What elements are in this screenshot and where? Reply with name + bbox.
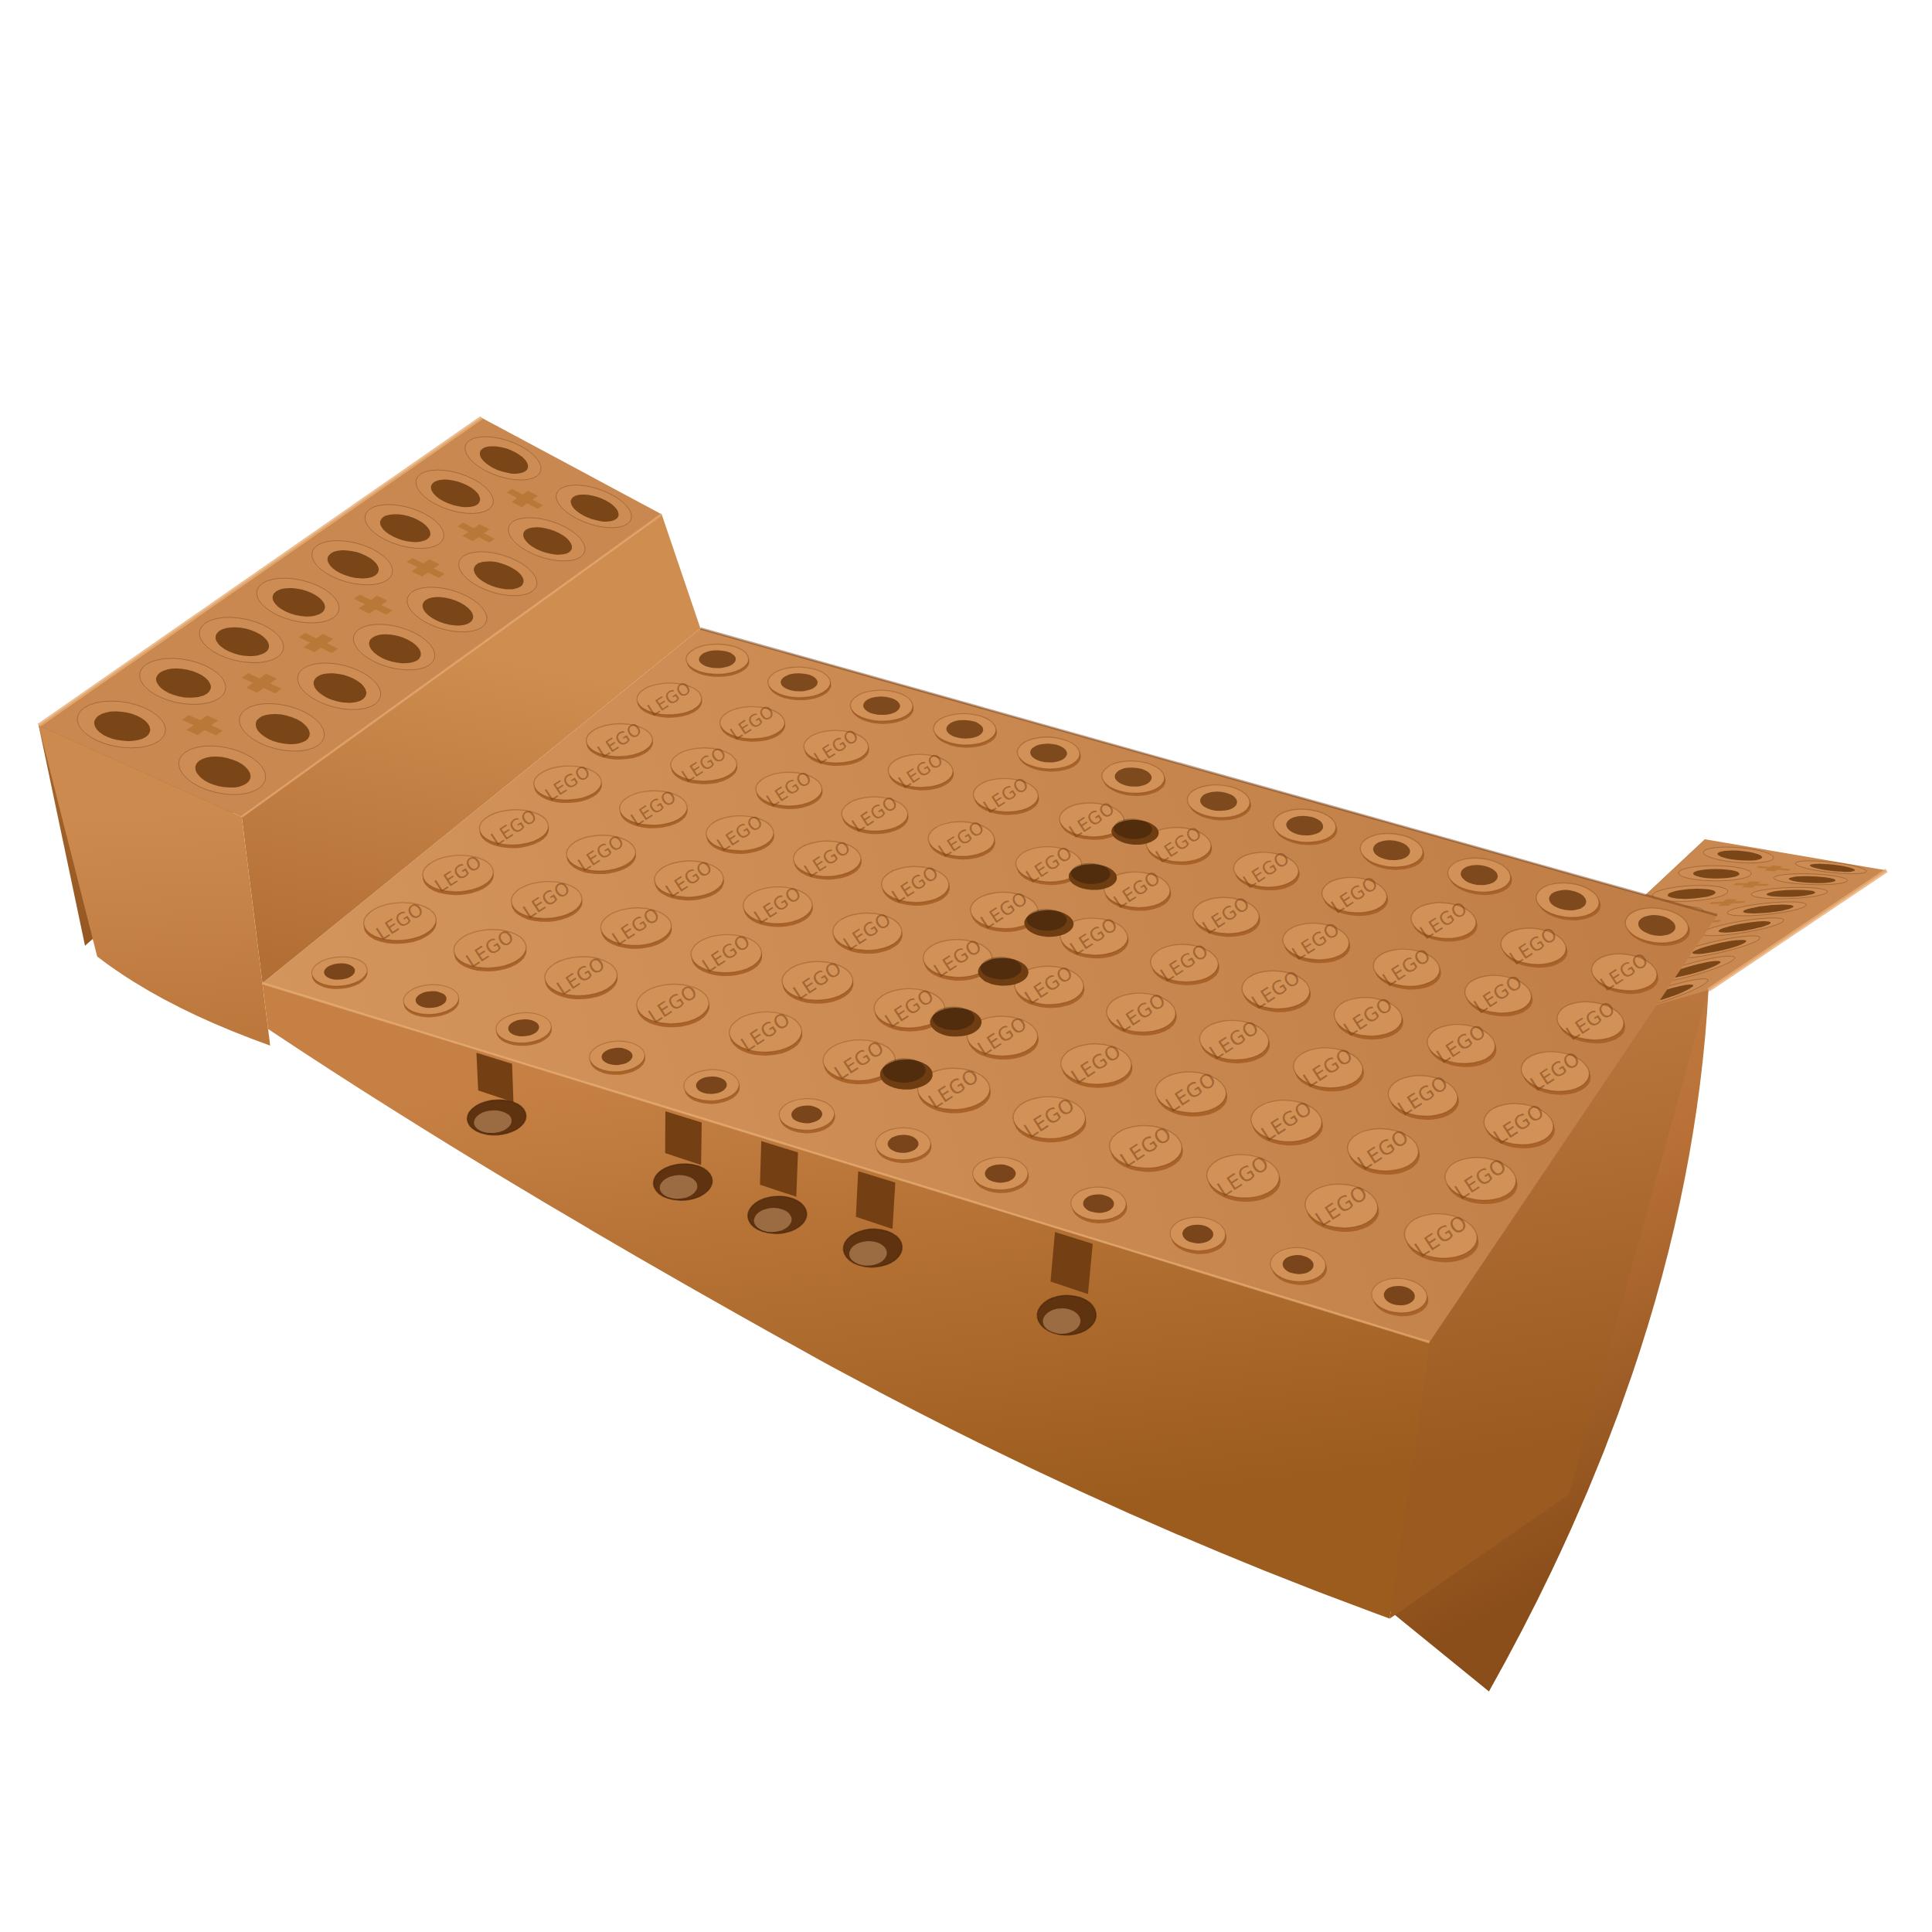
lego-piece-illustration: LEGOLEGOLEGOLEGOLEGOLEGOLEGOLEGOLEGOLEGO… (0, 0, 1932, 1932)
product-photo: LEGOLEGOLEGOLEGOLEGOLEGOLEGOLEGOLEGOLEGO… (0, 0, 1932, 1932)
